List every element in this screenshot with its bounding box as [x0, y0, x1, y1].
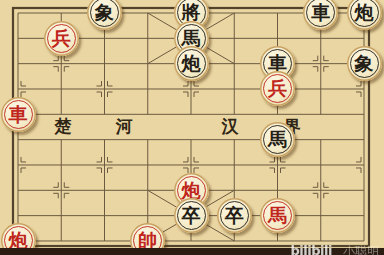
xiangqi-board[interactable]: 楚 河 汉 界 象將車炮兵馬炮車象兵車馬炮卒卒馬炮帥 bilibili 小聪明	[0, 0, 384, 255]
black-chariot[interactable]: 車	[303, 0, 338, 30]
piece-glyph: 象	[95, 3, 114, 22]
piece-glyph: 卒	[225, 206, 244, 225]
watermark-text: 小聪明	[343, 244, 379, 255]
piece-glyph: 兵	[268, 79, 287, 98]
red-soldier[interactable]: 兵	[260, 71, 295, 106]
piece-glyph: 車	[9, 104, 28, 123]
piece-glyph: 炮	[182, 180, 201, 199]
red-horse[interactable]: 馬	[260, 198, 295, 233]
red-soldier[interactable]: 兵	[44, 21, 79, 56]
piece-glyph: 將	[182, 3, 201, 22]
piece-glyph: 馬	[182, 28, 201, 47]
piece-glyph: 馬	[268, 206, 287, 225]
piece-glyph: 車	[311, 3, 330, 22]
piece-glyph: 兵	[52, 28, 71, 47]
piece-glyph: 象	[355, 54, 374, 73]
black-elephant[interactable]: 象	[347, 46, 382, 81]
red-chariot[interactable]: 車	[1, 97, 36, 132]
bilibili-logo: bilibili	[291, 243, 332, 255]
piece-glyph: 卒	[182, 206, 201, 225]
piece-glyph: 炮	[182, 54, 201, 73]
black-cannon[interactable]: 炮	[174, 46, 209, 81]
black-cannon[interactable]: 炮	[347, 0, 382, 30]
piece-glyph: 炮	[355, 3, 374, 22]
black-soldier[interactable]: 卒	[174, 198, 209, 233]
piece-grid: 象將車炮兵馬炮車象兵車馬炮卒卒馬炮帥	[0, 0, 384, 253]
black-soldier[interactable]: 卒	[217, 198, 252, 233]
piece-glyph: 車	[268, 54, 287, 73]
piece-glyph: 馬	[268, 130, 287, 149]
black-horse[interactable]: 馬	[260, 122, 295, 157]
black-elephant[interactable]: 象	[87, 0, 122, 30]
watermark: bilibili 小聪明	[291, 240, 379, 255]
